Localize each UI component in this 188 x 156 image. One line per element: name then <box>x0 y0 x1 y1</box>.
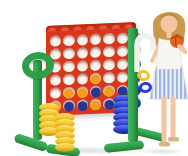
girl-sandal-right <box>168 137 179 142</box>
cell-r2c3[interactable] <box>77 47 88 58</box>
cell-r4c3[interactable] <box>77 73 88 84</box>
girl-neck <box>167 30 172 38</box>
cell-r6c3[interactable]: ● <box>77 99 88 110</box>
hanger-hook <box>132 28 158 72</box>
cell-r5c4[interactable]: ● <box>90 86 101 97</box>
blue-disc: ● <box>117 85 128 94</box>
cell-r4c6[interactable] <box>117 71 128 82</box>
orange-disc: ● <box>77 87 88 96</box>
cell-r4c4[interactable]: ● <box>90 73 101 84</box>
cell-r1c5[interactable] <box>103 33 114 44</box>
girl-waistband <box>157 65 181 69</box>
cell-r5c1[interactable] <box>50 87 61 98</box>
cell-r6c2[interactable]: ● <box>63 100 74 111</box>
orange-disc: ● <box>90 74 101 83</box>
cell-r2c4[interactable] <box>90 47 101 58</box>
cell-r2c5[interactable] <box>103 46 114 57</box>
cell-r3c5[interactable] <box>103 59 114 70</box>
cell-r2c2[interactable] <box>63 48 74 59</box>
product-photo-stage: ●●●●●●●●●●●●●●●● <box>0 0 188 156</box>
cell-r4c1[interactable] <box>50 74 61 85</box>
cell-r1c3[interactable] <box>77 34 88 45</box>
yellow-ring-stack-front <box>55 113 75 152</box>
cell-r4c2[interactable] <box>63 74 74 85</box>
blue-disc: ● <box>63 101 74 110</box>
hanger-hook-curl <box>137 36 153 70</box>
cell-r3c4[interactable] <box>90 60 101 71</box>
orange-disc: ● <box>90 100 101 109</box>
cell-r1c1[interactable] <box>50 35 61 46</box>
cell-r1c4[interactable] <box>90 34 101 45</box>
orange-disc: ● <box>63 88 74 97</box>
yellow-ring[interactable] <box>55 143 75 152</box>
girl-sandal-left <box>159 142 170 147</box>
cell-r3c2[interactable] <box>63 61 74 72</box>
cell-r2c6[interactable] <box>117 45 128 56</box>
cell-r6c4[interactable]: ● <box>90 99 101 110</box>
cell-r3c6[interactable] <box>117 58 128 69</box>
blue-disc: ● <box>77 100 88 109</box>
blue-disc: ● <box>90 87 101 96</box>
girl-hand <box>177 44 182 48</box>
cell-r5c3[interactable]: ● <box>77 86 88 97</box>
cell-r3c3[interactable] <box>77 60 88 71</box>
cell-r4c5[interactable] <box>103 72 114 83</box>
cell-r1c6[interactable] <box>117 32 128 43</box>
cell-r1c2[interactable] <box>63 35 74 46</box>
cell-r5c2[interactable]: ● <box>63 87 74 98</box>
